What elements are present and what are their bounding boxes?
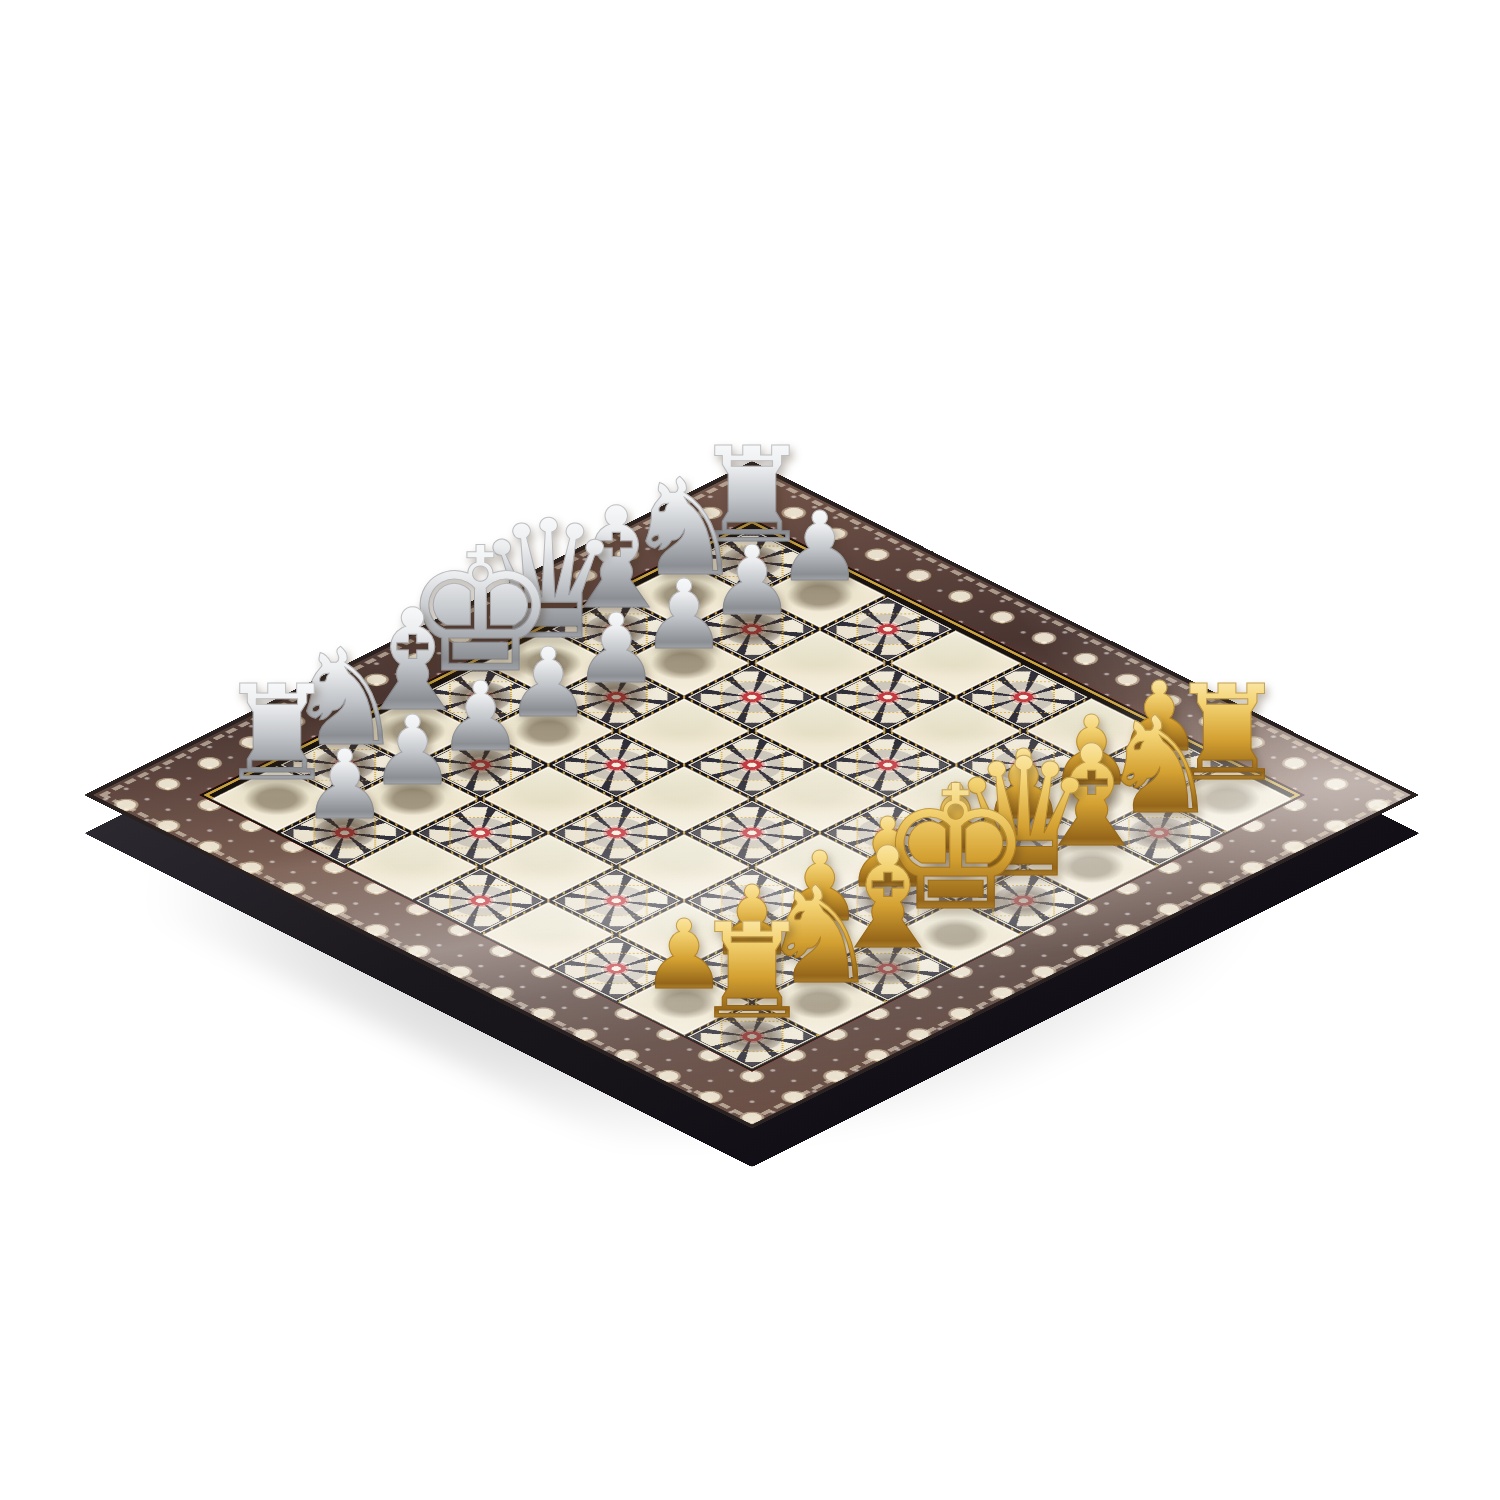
chess-piece-glyph: ♜ — [672, 904, 832, 1036]
chess-piece-glyph: ♟ — [265, 737, 425, 833]
product-photo-stage: ♜♟♟♜♞♟♟♞♝♟♟♝♛♟♟♛♚♟♟♚♝♟♟♝♞♟♟♞♜♟♟♜ — [0, 0, 1500, 1500]
square-c3[interactable] — [686, 664, 818, 730]
board-surface: ♜♟♟♜♞♟♟♞♝♟♟♝♛♟♟♛♚♟♟♚♝♟♟♝♞♟♟♞♜♟♟♜ — [84, 461, 1419, 1129]
board-scene: ♜♟♟♜♞♟♟♞♝♟♟♝♛♟♟♛♚♟♟♚♝♟♟♝♞♟♟♞♜♟♟♜ — [84, 461, 1419, 1129]
square-h8[interactable]: ♜ — [686, 1004, 818, 1070]
